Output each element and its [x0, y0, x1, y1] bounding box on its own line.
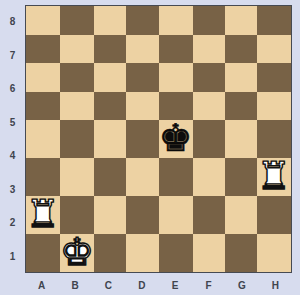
square-b2[interactable]	[60, 196, 94, 234]
file-label-a: A	[25, 275, 58, 295]
square-d5[interactable]	[126, 92, 158, 121]
file-label-e: E	[159, 275, 192, 295]
square-c2[interactable]	[94, 196, 126, 234]
square-c3[interactable]	[94, 158, 126, 196]
square-c5[interactable]	[94, 92, 126, 121]
square-h5[interactable]	[257, 92, 291, 121]
square-b6[interactable]	[60, 63, 94, 92]
square-e7[interactable]	[159, 35, 193, 64]
square-a5[interactable]	[26, 92, 60, 121]
white-rook-piece[interactable]: ♜	[257, 157, 291, 195]
square-c4[interactable]	[94, 120, 126, 158]
file-label-d: D	[125, 275, 158, 295]
square-f6[interactable]	[193, 63, 225, 92]
square-c7[interactable]	[94, 35, 126, 64]
square-f4[interactable]	[193, 120, 225, 158]
rank-label-2: 2	[0, 206, 25, 240]
square-d2[interactable]	[126, 196, 158, 234]
square-a2[interactable]: ♜	[26, 196, 60, 234]
rank-label-3: 3	[0, 173, 25, 207]
square-d7[interactable]	[126, 35, 158, 64]
rank-label-7: 7	[0, 39, 25, 73]
square-e8[interactable]	[159, 6, 193, 35]
square-c6[interactable]	[94, 63, 126, 92]
square-h7[interactable]	[257, 35, 291, 64]
square-g5[interactable]	[225, 92, 257, 121]
square-g3[interactable]	[225, 158, 257, 196]
square-b1[interactable]: ♚	[60, 234, 94, 272]
square-a7[interactable]	[26, 35, 60, 64]
square-c1[interactable]	[94, 234, 126, 272]
square-h2[interactable]	[257, 196, 291, 234]
rank-label-5: 5	[0, 106, 25, 140]
white-king-piece[interactable]: ♚	[60, 233, 94, 271]
square-b7[interactable]	[60, 35, 94, 64]
white-rook-piece[interactable]: ♜	[26, 195, 60, 233]
square-e4[interactable]: ♚	[159, 120, 193, 158]
file-label-b: B	[58, 275, 91, 295]
square-e6[interactable]	[159, 63, 193, 92]
square-g7[interactable]	[225, 35, 257, 64]
square-g8[interactable]	[225, 6, 257, 35]
square-a6[interactable]	[26, 63, 60, 92]
square-d8[interactable]	[126, 6, 158, 35]
square-a4[interactable]	[26, 120, 60, 158]
square-f2[interactable]	[193, 196, 225, 234]
square-h1[interactable]	[257, 234, 291, 272]
square-h3[interactable]: ♜	[257, 158, 291, 196]
square-a8[interactable]	[26, 6, 60, 35]
file-label-h: H	[259, 275, 292, 295]
square-d1[interactable]	[126, 234, 158, 272]
chess-board: ♚♜♜♚	[25, 5, 292, 273]
square-f3[interactable]	[193, 158, 225, 196]
square-b3[interactable]	[60, 158, 94, 196]
square-h8[interactable]	[257, 6, 291, 35]
square-e1[interactable]	[159, 234, 193, 272]
rank-labels: 87654321	[0, 5, 25, 273]
square-b8[interactable]	[60, 6, 94, 35]
square-f5[interactable]	[193, 92, 225, 121]
chess-diagram: 87654321 ♚♜♜♚ ABCDEFGH	[0, 0, 300, 295]
rank-label-4: 4	[0, 139, 25, 173]
file-label-f: F	[192, 275, 225, 295]
square-g6[interactable]	[225, 63, 257, 92]
square-e3[interactable]	[159, 158, 193, 196]
square-g4[interactable]	[225, 120, 257, 158]
square-g2[interactable]	[225, 196, 257, 234]
square-h6[interactable]	[257, 63, 291, 92]
rank-label-6: 6	[0, 72, 25, 106]
square-f8[interactable]	[193, 6, 225, 35]
square-e2[interactable]	[159, 196, 193, 234]
file-label-g: G	[225, 275, 258, 295]
square-a1[interactable]	[26, 234, 60, 272]
square-f1[interactable]	[193, 234, 225, 272]
black-king-piece[interactable]: ♚	[159, 119, 193, 157]
rank-label-8: 8	[0, 5, 25, 39]
square-f7[interactable]	[193, 35, 225, 64]
square-h4[interactable]	[257, 120, 291, 158]
square-c8[interactable]	[94, 6, 126, 35]
file-labels: ABCDEFGH	[25, 275, 292, 295]
square-b4[interactable]	[60, 120, 94, 158]
square-d4[interactable]	[126, 120, 158, 158]
square-b5[interactable]	[60, 92, 94, 121]
rank-label-1: 1	[0, 240, 25, 274]
file-label-c: C	[92, 275, 125, 295]
square-a3[interactable]	[26, 158, 60, 196]
square-g1[interactable]	[225, 234, 257, 272]
square-d6[interactable]	[126, 63, 158, 92]
square-d3[interactable]	[126, 158, 158, 196]
